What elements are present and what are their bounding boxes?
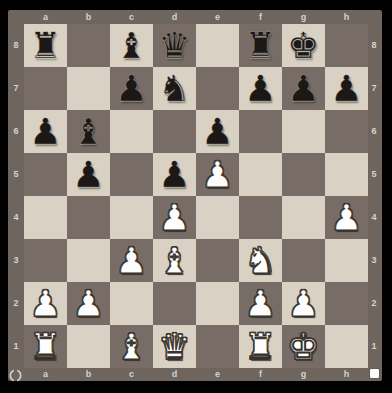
square-d4[interactable]: ♟	[153, 196, 196, 239]
square-e4[interactable]	[196, 196, 239, 239]
rank-label-left-4: 4	[8, 196, 24, 239]
square-c6[interactable]	[110, 110, 153, 153]
square-g8[interactable]: ♚	[282, 24, 325, 67]
file-label-top-e: e	[196, 10, 239, 24]
white-queen-d1[interactable]: ♛	[153, 325, 196, 368]
square-h4[interactable]: ♟	[325, 196, 368, 239]
square-d6[interactable]	[153, 110, 196, 153]
file-label-top-g: g	[282, 10, 325, 24]
square-f7[interactable]: ♟	[239, 67, 282, 110]
square-a5[interactable]	[24, 153, 67, 196]
file-label-bottom-d: d	[153, 367, 196, 381]
file-label-bottom-f: f	[239, 367, 282, 381]
rank-label-right-2: 2	[366, 282, 382, 325]
square-g6[interactable]	[282, 110, 325, 153]
square-e5[interactable]: ♟	[196, 153, 239, 196]
black-pawn-e6[interactable]: ♟	[196, 110, 239, 153]
square-b4[interactable]	[67, 196, 110, 239]
square-h2[interactable]	[325, 282, 368, 325]
black-pawn-b5[interactable]: ♟	[67, 153, 110, 196]
square-f5[interactable]	[239, 153, 282, 196]
square-e7[interactable]	[196, 67, 239, 110]
white-knight-f3[interactable]: ♞	[239, 239, 282, 282]
white-pawn-h4[interactable]: ♟	[325, 196, 368, 239]
square-d2[interactable]	[153, 282, 196, 325]
rank-label-left-5: 5	[8, 153, 24, 196]
square-d1[interactable]: ♛	[153, 325, 196, 368]
white-pawn-f2[interactable]: ♟	[239, 282, 282, 325]
square-d3[interactable]: ♝	[153, 239, 196, 282]
square-g7[interactable]: ♟	[282, 67, 325, 110]
square-g5[interactable]	[282, 153, 325, 196]
file-label-top-d: d	[153, 10, 196, 24]
square-f4[interactable]	[239, 196, 282, 239]
black-pawn-g7[interactable]: ♟	[282, 67, 325, 110]
square-c5[interactable]	[110, 153, 153, 196]
square-h3[interactable]	[325, 239, 368, 282]
square-f6[interactable]	[239, 110, 282, 153]
square-h8[interactable]	[325, 24, 368, 67]
square-h5[interactable]	[325, 153, 368, 196]
rank-label-right-3: 3	[366, 239, 382, 282]
black-bishop-b6[interactable]: ♝	[67, 110, 110, 153]
rank-label-right-8: 8	[366, 24, 382, 67]
square-f8[interactable]: ♜	[239, 24, 282, 67]
square-b8[interactable]	[67, 24, 110, 67]
flip-board-icon[interactable]	[9, 368, 22, 381]
square-d8[interactable]: ♛	[153, 24, 196, 67]
file-label-bottom-g: g	[282, 367, 325, 381]
square-c8[interactable]: ♝	[110, 24, 153, 67]
square-b3[interactable]	[67, 239, 110, 282]
square-h7[interactable]: ♟	[325, 67, 368, 110]
rank-label-right-1: 1	[366, 325, 382, 368]
white-pawn-e5[interactable]: ♟	[196, 153, 239, 196]
file-label-bottom-b: b	[67, 367, 110, 381]
file-label-top-h: h	[325, 10, 368, 24]
square-d7[interactable]: ♞	[153, 67, 196, 110]
square-a7[interactable]	[24, 67, 67, 110]
rank-label-left-8: 8	[8, 24, 24, 67]
file-label-top-a: a	[24, 10, 67, 24]
square-c3[interactable]: ♟	[110, 239, 153, 282]
black-pawn-d5[interactable]: ♟	[153, 153, 196, 196]
square-h6[interactable]	[325, 110, 368, 153]
square-c4[interactable]	[110, 196, 153, 239]
white-king-g1[interactable]: ♚	[282, 325, 325, 368]
rank-label-right-5: 5	[366, 153, 382, 196]
rank-label-left-2: 2	[8, 282, 24, 325]
square-f2[interactable]: ♟	[239, 282, 282, 325]
rank-label-right-7: 7	[366, 67, 382, 110]
white-pawn-d4[interactable]: ♟	[153, 196, 196, 239]
white-rook-a1[interactable]: ♜	[24, 325, 67, 368]
rank-label-left-1: 1	[8, 325, 24, 368]
square-e8[interactable]	[196, 24, 239, 67]
square-g4[interactable]	[282, 196, 325, 239]
black-pawn-f7[interactable]: ♟	[239, 67, 282, 110]
rank-label-right-6: 6	[366, 110, 382, 153]
white-bishop-d3[interactable]: ♝	[153, 239, 196, 282]
square-c7[interactable]: ♟	[110, 67, 153, 110]
square-c1[interactable]: ♝	[110, 325, 153, 368]
white-pawn-c3[interactable]: ♟	[110, 239, 153, 282]
square-g2[interactable]: ♟	[282, 282, 325, 325]
file-label-bottom-h: h	[325, 367, 368, 381]
white-rook-f1[interactable]: ♜	[239, 325, 282, 368]
square-f3[interactable]: ♞	[239, 239, 282, 282]
square-f1[interactable]: ♜	[239, 325, 282, 368]
rank-label-right-4: 4	[366, 196, 382, 239]
file-label-top-b: b	[67, 10, 110, 24]
square-b6[interactable]: ♝	[67, 110, 110, 153]
black-king-g8[interactable]: ♚	[282, 24, 325, 67]
square-c2[interactable]	[110, 282, 153, 325]
square-g3[interactable]	[282, 239, 325, 282]
white-bishop-c1[interactable]: ♝	[110, 325, 153, 368]
white-pawn-g2[interactable]: ♟	[282, 282, 325, 325]
rank-label-left-3: 3	[8, 239, 24, 282]
white-to-move-indicator	[370, 369, 379, 378]
square-a2[interactable]: ♟	[24, 282, 67, 325]
square-a3[interactable]	[24, 239, 67, 282]
chess-board: ♜♝♛♜♚♟♞♟♟♟♟♝♟♟♟♟♟♟♟♝♞♟♟♟♟♜♝♛♜♚	[24, 24, 368, 368]
white-pawn-a2[interactable]: ♟	[24, 282, 67, 325]
black-bishop-c8[interactable]: ♝	[110, 24, 153, 67]
black-rook-f8[interactable]: ♜	[239, 24, 282, 67]
black-pawn-c7[interactable]: ♟	[110, 67, 153, 110]
file-label-top-c: c	[110, 10, 153, 24]
file-label-bottom-e: e	[196, 367, 239, 381]
black-rook-a8[interactable]: ♜	[24, 24, 67, 67]
square-b7[interactable]	[67, 67, 110, 110]
square-a8[interactable]: ♜	[24, 24, 67, 67]
square-a6[interactable]: ♟	[24, 110, 67, 153]
square-b1[interactable]	[67, 325, 110, 368]
square-a4[interactable]	[24, 196, 67, 239]
black-pawn-h7[interactable]: ♟	[325, 67, 368, 110]
square-e6[interactable]: ♟	[196, 110, 239, 153]
square-e2[interactable]	[196, 282, 239, 325]
square-b2[interactable]: ♟	[67, 282, 110, 325]
file-label-bottom-c: c	[110, 367, 153, 381]
file-label-top-f: f	[239, 10, 282, 24]
chess-diagram: ♜♝♛♜♚♟♞♟♟♟♟♝♟♟♟♟♟♟♟♝♞♟♟♟♟♜♝♛♜♚ aabbccdde…	[0, 0, 392, 393]
square-g1[interactable]: ♚	[282, 325, 325, 368]
black-knight-d7[interactable]: ♞	[153, 67, 196, 110]
square-e3[interactable]	[196, 239, 239, 282]
square-e1[interactable]	[196, 325, 239, 368]
file-label-bottom-a: a	[24, 367, 67, 381]
white-pawn-b2[interactable]: ♟	[67, 282, 110, 325]
square-d5[interactable]: ♟	[153, 153, 196, 196]
rank-label-left-7: 7	[8, 67, 24, 110]
rank-label-left-6: 6	[8, 110, 24, 153]
black-queen-d8[interactable]: ♛	[153, 24, 196, 67]
black-pawn-a6[interactable]: ♟	[24, 110, 67, 153]
square-h1[interactable]	[325, 325, 368, 368]
square-b5[interactable]: ♟	[67, 153, 110, 196]
square-a1[interactable]: ♜	[24, 325, 67, 368]
